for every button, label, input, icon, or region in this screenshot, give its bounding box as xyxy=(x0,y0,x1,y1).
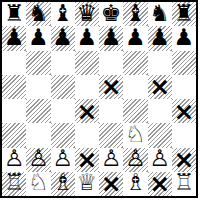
square-e7[interactable]: ♟ xyxy=(99,26,123,50)
piece-white-bishop: ♗ xyxy=(125,172,146,195)
square-c1[interactable]: ♗ xyxy=(51,172,75,196)
knight-move-marker-h4: × xyxy=(173,99,194,123)
chess-board: ♜♞♝♛♚♝♞♜♟♟♟♟♟♟♟♟××××♘♙♙♙×♙♙♙×♖♘♗♕×♗×♖ xyxy=(0,0,198,198)
piece-black-bishop: ♝ xyxy=(52,2,73,25)
piece-white-pawn: ♙ xyxy=(4,148,25,171)
square-d7[interactable]: ♟ xyxy=(75,26,99,50)
square-f1[interactable]: ♗ xyxy=(123,172,147,196)
square-d5[interactable] xyxy=(75,75,99,99)
square-f8[interactable]: ♝ xyxy=(123,2,147,26)
square-e5[interactable]: × xyxy=(99,75,123,99)
square-e4[interactable] xyxy=(99,99,123,123)
square-b2[interactable]: ♙ xyxy=(26,148,50,172)
square-g5[interactable]: × xyxy=(148,75,172,99)
square-a7[interactable]: ♟ xyxy=(2,26,26,50)
piece-black-pawn: ♟ xyxy=(125,26,146,49)
piece-white-queen: ♕ xyxy=(77,172,98,195)
square-d1[interactable]: ♕ xyxy=(75,172,99,196)
square-a2[interactable]: ♙ xyxy=(2,148,26,172)
square-b1[interactable]: ♘ xyxy=(26,172,50,196)
piece-black-rook: ♜ xyxy=(4,2,25,25)
square-d6[interactable] xyxy=(75,51,99,75)
square-g2[interactable]: ♙ xyxy=(148,148,172,172)
square-g4[interactable] xyxy=(148,99,172,123)
knight-move-marker-g5: × xyxy=(149,75,170,99)
square-a6[interactable] xyxy=(2,51,26,75)
square-h2[interactable]: × xyxy=(172,148,196,172)
square-f2[interactable]: ♙ xyxy=(123,148,147,172)
square-g3[interactable] xyxy=(148,123,172,147)
square-h5[interactable] xyxy=(172,75,196,99)
square-b5[interactable] xyxy=(26,75,50,99)
piece-white-pawn: ♙ xyxy=(125,148,146,171)
piece-black-king: ♚ xyxy=(101,2,122,25)
square-c5[interactable] xyxy=(51,75,75,99)
square-h1[interactable]: ♖ xyxy=(172,172,196,196)
square-g6[interactable] xyxy=(148,51,172,75)
piece-black-pawn: ♟ xyxy=(149,26,170,49)
knight-move-marker-e1: × xyxy=(101,172,122,196)
square-g1[interactable]: × xyxy=(148,172,172,196)
square-h7[interactable]: ♟ xyxy=(172,26,196,50)
square-h3[interactable] xyxy=(172,123,196,147)
square-c3[interactable] xyxy=(51,123,75,147)
piece-white-knight: ♘ xyxy=(28,172,49,195)
square-e8[interactable]: ♚ xyxy=(99,2,123,26)
piece-white-pawn: ♙ xyxy=(101,148,122,171)
piece-black-pawn: ♟ xyxy=(28,26,49,49)
square-d4[interactable]: × xyxy=(75,99,99,123)
square-c2[interactable]: ♙ xyxy=(51,148,75,172)
piece-black-pawn: ♟ xyxy=(4,26,25,49)
square-a1[interactable]: ♖ xyxy=(2,172,26,196)
knight-move-marker-d2: × xyxy=(76,148,97,172)
square-f3[interactable]: ♘ xyxy=(123,123,147,147)
knight-move-marker-e5: × xyxy=(101,75,122,99)
piece-white-knight: ♘ xyxy=(125,123,146,146)
piece-white-bishop: ♗ xyxy=(52,172,73,195)
piece-black-pawn: ♟ xyxy=(101,26,122,49)
square-b8[interactable]: ♞ xyxy=(26,2,50,26)
piece-black-queen: ♛ xyxy=(77,2,98,25)
square-c7[interactable]: ♟ xyxy=(51,26,75,50)
square-a3[interactable] xyxy=(2,123,26,147)
square-e3[interactable] xyxy=(99,123,123,147)
square-f7[interactable]: ♟ xyxy=(123,26,147,50)
knight-move-marker-d4: × xyxy=(76,99,97,123)
square-d3[interactable] xyxy=(75,123,99,147)
square-h8[interactable]: ♜ xyxy=(172,2,196,26)
square-g7[interactable]: ♟ xyxy=(148,26,172,50)
square-d2[interactable]: × xyxy=(75,148,99,172)
square-f6[interactable] xyxy=(123,51,147,75)
piece-black-pawn: ♟ xyxy=(52,26,73,49)
piece-white-pawn: ♙ xyxy=(149,148,170,171)
piece-black-bishop: ♝ xyxy=(125,2,146,25)
square-a8[interactable]: ♜ xyxy=(2,2,26,26)
piece-white-rook: ♖ xyxy=(4,172,25,195)
square-c6[interactable] xyxy=(51,51,75,75)
square-c8[interactable]: ♝ xyxy=(51,2,75,26)
piece-white-pawn: ♙ xyxy=(52,148,73,171)
piece-white-pawn: ♙ xyxy=(28,148,49,171)
square-b7[interactable]: ♟ xyxy=(26,26,50,50)
knight-move-marker-g1: × xyxy=(149,172,170,196)
square-c4[interactable] xyxy=(51,99,75,123)
square-e6[interactable] xyxy=(99,51,123,75)
piece-black-knight: ♞ xyxy=(28,2,49,25)
square-a5[interactable] xyxy=(2,75,26,99)
square-h4[interactable]: × xyxy=(172,99,196,123)
square-e1[interactable]: × xyxy=(99,172,123,196)
square-a4[interactable] xyxy=(2,99,26,123)
square-b6[interactable] xyxy=(26,51,50,75)
square-f4[interactable] xyxy=(123,99,147,123)
piece-white-rook: ♖ xyxy=(174,172,195,195)
piece-black-rook: ♜ xyxy=(174,2,195,25)
square-b3[interactable] xyxy=(26,123,50,147)
square-d8[interactable]: ♛ xyxy=(75,2,99,26)
square-e2[interactable]: ♙ xyxy=(99,148,123,172)
knight-move-marker-h2: × xyxy=(173,148,194,172)
square-g8[interactable]: ♞ xyxy=(148,2,172,26)
square-f5[interactable] xyxy=(123,75,147,99)
piece-black-knight: ♞ xyxy=(149,2,170,25)
square-h6[interactable] xyxy=(172,51,196,75)
square-b4[interactable] xyxy=(26,99,50,123)
piece-black-pawn: ♟ xyxy=(77,26,98,49)
piece-black-pawn: ♟ xyxy=(174,26,195,49)
